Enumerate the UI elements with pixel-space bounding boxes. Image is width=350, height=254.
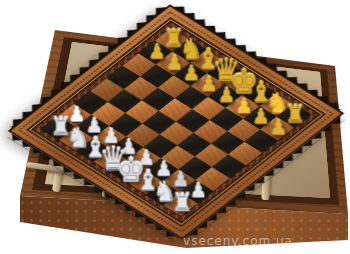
- piece-gold-pawn[interactable]: ♟: [253, 106, 271, 126]
- piece-gold-bishop[interactable]: ♝: [248, 78, 273, 106]
- watermark-text: vseceny.com.ua: [183, 234, 293, 248]
- piece-gold-rook[interactable]: ♜: [285, 102, 307, 126]
- piece-gold-pawn[interactable]: ♟: [183, 63, 201, 83]
- piece-silver-rook[interactable]: ♜: [172, 191, 194, 215]
- piece-gold-pawn[interactable]: ♟: [218, 85, 236, 105]
- piece-gold-pawn[interactable]: ♟: [270, 117, 288, 137]
- piece-gold-pawn[interactable]: ♟: [200, 74, 218, 94]
- piece-gold-pawn[interactable]: ♟: [148, 41, 166, 61]
- felt-divider: [261, 174, 270, 200]
- piece-gold-pawn[interactable]: ♟: [166, 52, 184, 72]
- chess-set-photo: ♜♞♝♛♚♝♞♜♟♟♟♟♟♟♟♟♟♟♟♟♟♟♟♟♜♞♝♛♚♝♞♜ vseceny…: [0, 0, 350, 254]
